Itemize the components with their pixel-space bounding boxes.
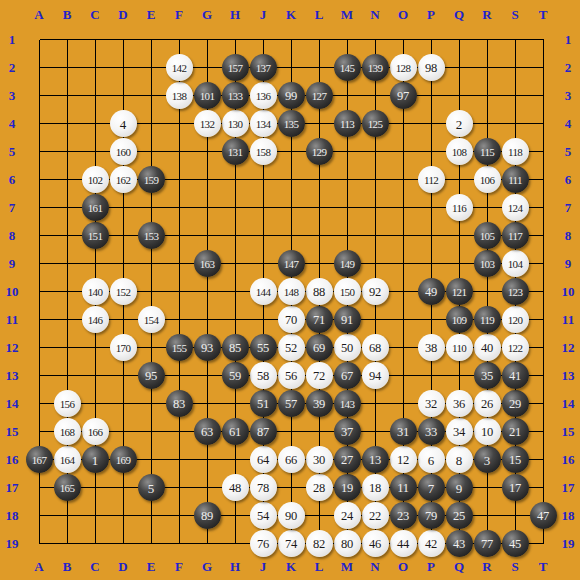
white-stone-68-N12[interactable]: 68 bbox=[362, 334, 389, 361]
move-number: 34 bbox=[453, 425, 465, 438]
black-stone-165-B17[interactable]: 165 bbox=[54, 474, 81, 501]
white-stone-46-N19[interactable]: 46 bbox=[362, 530, 389, 557]
white-stone-164-B16[interactable]: 164 bbox=[54, 446, 81, 473]
col-label-Q: Q bbox=[445, 556, 473, 576]
move-number: 10 bbox=[481, 425, 493, 438]
move-number: 80 bbox=[341, 537, 353, 550]
black-stone-167-A16[interactable]: 167 bbox=[26, 446, 53, 473]
move-number: 54 bbox=[257, 509, 269, 522]
col-label-D: D bbox=[109, 556, 137, 576]
white-stone-112-P6[interactable]: 112 bbox=[418, 166, 445, 193]
white-stone-74-K19[interactable]: 74 bbox=[278, 530, 305, 557]
white-stone-22-N18[interactable]: 22 bbox=[362, 502, 389, 529]
black-stone-25-Q18[interactable]: 25 bbox=[446, 502, 473, 529]
white-stone-88-L10[interactable]: 88 bbox=[306, 278, 333, 305]
move-number: 151 bbox=[88, 230, 102, 241]
white-stone-142-F2[interactable]: 142 bbox=[166, 54, 193, 81]
move-number: 134 bbox=[256, 118, 270, 129]
white-stone-156-B14[interactable]: 156 bbox=[54, 390, 81, 417]
move-number: 77 bbox=[481, 537, 493, 550]
move-number: 95 bbox=[145, 369, 157, 382]
move-number: 5 bbox=[148, 481, 155, 494]
move-number: 131 bbox=[228, 146, 242, 157]
white-stone-6-P16[interactable]: 6 bbox=[418, 446, 445, 473]
move-number: 124 bbox=[508, 202, 522, 213]
column-labels-top: ABCDEFGHJKLMNOPQRST bbox=[25, 4, 557, 24]
white-stone-82-L19[interactable]: 82 bbox=[306, 530, 333, 557]
move-number: 108 bbox=[452, 146, 466, 157]
row-label-8: 8 bbox=[558, 221, 578, 249]
move-number: 168 bbox=[60, 426, 74, 437]
white-stone-148-K10[interactable]: 148 bbox=[278, 278, 305, 305]
black-stone-115-R5[interactable]: 115 bbox=[474, 138, 501, 165]
white-stone-132-G4[interactable]: 132 bbox=[194, 110, 221, 137]
move-number: 76 bbox=[257, 537, 269, 550]
black-stone-155-F12[interactable]: 155 bbox=[166, 334, 193, 361]
move-number: 11 bbox=[397, 481, 408, 494]
row-label-16: 16 bbox=[558, 445, 578, 473]
move-number: 26 bbox=[481, 397, 493, 410]
black-stone-43-Q19[interactable]: 43 bbox=[446, 530, 473, 557]
white-stone-28-L17[interactable]: 28 bbox=[306, 474, 333, 501]
black-stone-83-F14[interactable]: 83 bbox=[166, 390, 193, 417]
black-stone-157-H2[interactable]: 157 bbox=[222, 54, 249, 81]
row-labels-left: 12345678910111213141516171819 bbox=[2, 25, 22, 557]
white-stone-170-D12[interactable]: 170 bbox=[110, 334, 137, 361]
black-stone-67-M13[interactable]: 67 bbox=[334, 362, 361, 389]
white-stone-72-L13[interactable]: 72 bbox=[306, 362, 333, 389]
black-stone-55-J12[interactable]: 55 bbox=[250, 334, 277, 361]
white-stone-116-Q7[interactable]: 116 bbox=[446, 194, 473, 221]
move-number: 117 bbox=[508, 230, 522, 241]
black-stone-89-G18[interactable]: 89 bbox=[194, 502, 221, 529]
col-label-J: J bbox=[249, 4, 277, 24]
move-number: 146 bbox=[88, 314, 102, 325]
move-number: 104 bbox=[508, 258, 522, 269]
move-number: 47 bbox=[537, 509, 549, 522]
row-label-6: 6 bbox=[2, 165, 22, 193]
row-label-17: 17 bbox=[2, 473, 22, 501]
move-number: 1 bbox=[92, 453, 99, 466]
black-stone-91-M11[interactable]: 91 bbox=[334, 306, 361, 333]
white-stone-54-J18[interactable]: 54 bbox=[250, 502, 277, 529]
white-stone-8-Q16[interactable]: 8 bbox=[446, 446, 473, 473]
move-number: 63 bbox=[201, 425, 213, 438]
black-stone-39-L14[interactable]: 39 bbox=[306, 390, 333, 417]
move-number: 37 bbox=[341, 425, 353, 438]
black-stone-11-O17[interactable]: 11 bbox=[390, 474, 417, 501]
black-stone-63-G15[interactable]: 63 bbox=[194, 418, 221, 445]
move-number: 42 bbox=[425, 537, 437, 550]
black-stone-51-J14[interactable]: 51 bbox=[250, 390, 277, 417]
move-number: 167 bbox=[32, 454, 46, 465]
white-stone-18-N17[interactable]: 18 bbox=[362, 474, 389, 501]
black-stone-49-P10[interactable]: 49 bbox=[418, 278, 445, 305]
black-stone-125-N4[interactable]: 125 bbox=[362, 110, 389, 137]
move-number: 55 bbox=[257, 341, 269, 354]
col-label-B: B bbox=[53, 556, 81, 576]
black-stone-57-K14[interactable]: 57 bbox=[278, 390, 305, 417]
col-label-L: L bbox=[305, 4, 333, 24]
white-stone-110-Q12[interactable]: 110 bbox=[446, 334, 473, 361]
move-number: 32 bbox=[425, 397, 437, 410]
move-number: 72 bbox=[313, 369, 325, 382]
white-stone-102-C6[interactable]: 102 bbox=[82, 166, 109, 193]
black-stone-3-R16[interactable]: 3 bbox=[474, 446, 501, 473]
go-kifu-diagram: ABCDEFGHJKLMNOPQRST ABCDEFGHJKLMNOPQRST … bbox=[0, 0, 580, 580]
move-number: 67 bbox=[341, 369, 353, 382]
move-number: 144 bbox=[256, 286, 270, 297]
move-number: 160 bbox=[116, 146, 130, 157]
move-number: 19 bbox=[341, 481, 353, 494]
row-label-14: 14 bbox=[558, 389, 578, 417]
black-stone-99-K3[interactable]: 99 bbox=[278, 82, 305, 109]
black-stone-59-H13[interactable]: 59 bbox=[222, 362, 249, 389]
black-stone-117-S8[interactable]: 117 bbox=[502, 222, 529, 249]
black-stone-113-M4[interactable]: 113 bbox=[334, 110, 361, 137]
white-stone-70-K11[interactable]: 70 bbox=[278, 306, 305, 333]
move-number: 89 bbox=[201, 509, 213, 522]
black-stone-133-H3[interactable]: 133 bbox=[222, 82, 249, 109]
row-label-11: 11 bbox=[558, 305, 578, 333]
move-number: 106 bbox=[480, 174, 494, 185]
row-label-15: 15 bbox=[558, 417, 578, 445]
black-stone-5-E17[interactable]: 5 bbox=[138, 474, 165, 501]
black-stone-87-J15[interactable]: 87 bbox=[250, 418, 277, 445]
white-stone-108-Q5[interactable]: 108 bbox=[446, 138, 473, 165]
move-number: 149 bbox=[340, 258, 354, 269]
row-label-13: 13 bbox=[558, 361, 578, 389]
move-number: 129 bbox=[312, 146, 326, 157]
column-labels-bottom: ABCDEFGHJKLMNOPQRST bbox=[25, 556, 557, 576]
white-stone-4-D4[interactable]: 4 bbox=[110, 110, 137, 137]
move-number: 147 bbox=[284, 258, 298, 269]
white-stone-166-C15[interactable]: 166 bbox=[82, 418, 109, 445]
black-stone-143-M14[interactable]: 143 bbox=[334, 390, 361, 417]
row-label-1: 1 bbox=[2, 25, 22, 53]
move-number: 110 bbox=[452, 342, 466, 353]
move-number: 68 bbox=[369, 341, 381, 354]
white-stone-80-M19[interactable]: 80 bbox=[334, 530, 361, 557]
white-stone-66-K16[interactable]: 66 bbox=[278, 446, 305, 473]
col-label-T: T bbox=[529, 4, 557, 24]
white-stone-128-O2[interactable]: 128 bbox=[390, 54, 417, 81]
white-stone-52-K12[interactable]: 52 bbox=[278, 334, 305, 361]
move-number: 6 bbox=[428, 453, 435, 466]
black-stone-119-R11[interactable]: 119 bbox=[474, 306, 501, 333]
white-stone-56-K13[interactable]: 56 bbox=[278, 362, 305, 389]
black-stone-131-H5[interactable]: 131 bbox=[222, 138, 249, 165]
row-label-9: 9 bbox=[2, 249, 22, 277]
move-number: 98 bbox=[425, 61, 437, 74]
col-label-Q: Q bbox=[445, 4, 473, 24]
black-stone-13-N16[interactable]: 13 bbox=[362, 446, 389, 473]
white-stone-118-S5[interactable]: 118 bbox=[502, 138, 529, 165]
move-number: 153 bbox=[144, 230, 158, 241]
black-stone-137-J2[interactable]: 137 bbox=[250, 54, 277, 81]
white-stone-50-M12[interactable]: 50 bbox=[334, 334, 361, 361]
move-number: 116 bbox=[452, 202, 466, 213]
white-stone-134-J4[interactable]: 134 bbox=[250, 110, 277, 137]
black-stone-159-E6[interactable]: 159 bbox=[138, 166, 165, 193]
black-stone-45-S19[interactable]: 45 bbox=[502, 530, 529, 557]
col-label-S: S bbox=[501, 4, 529, 24]
black-stone-23-O18[interactable]: 23 bbox=[390, 502, 417, 529]
col-label-K: K bbox=[277, 4, 305, 24]
move-number: 170 bbox=[116, 342, 130, 353]
row-label-9: 9 bbox=[558, 249, 578, 277]
white-stone-138-F3[interactable]: 138 bbox=[166, 82, 193, 109]
row-label-12: 12 bbox=[2, 333, 22, 361]
row-label-3: 3 bbox=[2, 81, 22, 109]
black-stone-149-M9[interactable]: 149 bbox=[334, 250, 361, 277]
black-stone-47-T18[interactable]: 47 bbox=[530, 502, 557, 529]
row-label-16: 16 bbox=[2, 445, 22, 473]
row-label-4: 4 bbox=[2, 109, 22, 137]
row-label-5: 5 bbox=[558, 137, 578, 165]
white-stone-2-Q4[interactable]: 2 bbox=[446, 110, 473, 137]
white-stone-90-K18[interactable]: 90 bbox=[278, 502, 305, 529]
col-label-R: R bbox=[473, 4, 501, 24]
white-stone-26-R14[interactable]: 26 bbox=[474, 390, 501, 417]
black-stone-145-M2[interactable]: 145 bbox=[334, 54, 361, 81]
white-stone-58-J13[interactable]: 58 bbox=[250, 362, 277, 389]
black-stone-153-E8[interactable]: 153 bbox=[138, 222, 165, 249]
move-number: 69 bbox=[313, 341, 325, 354]
white-stone-140-C10[interactable]: 140 bbox=[82, 278, 109, 305]
white-stone-136-J3[interactable]: 136 bbox=[250, 82, 277, 109]
black-stone-7-P17[interactable]: 7 bbox=[418, 474, 445, 501]
black-stone-17-S17[interactable]: 17 bbox=[502, 474, 529, 501]
white-stone-30-L16[interactable]: 30 bbox=[306, 446, 333, 473]
move-number: 9 bbox=[456, 481, 463, 494]
move-number: 17 bbox=[509, 481, 521, 494]
white-stone-38-P12[interactable]: 38 bbox=[418, 334, 445, 361]
black-stone-135-K4[interactable]: 135 bbox=[278, 110, 305, 137]
black-stone-95-E13[interactable]: 95 bbox=[138, 362, 165, 389]
black-stone-31-O15[interactable]: 31 bbox=[390, 418, 417, 445]
move-number: 61 bbox=[229, 425, 241, 438]
black-stone-79-P18[interactable]: 79 bbox=[418, 502, 445, 529]
col-label-A: A bbox=[25, 4, 53, 24]
white-stone-144-J10[interactable]: 144 bbox=[250, 278, 277, 305]
white-stone-42-P19[interactable]: 42 bbox=[418, 530, 445, 557]
white-stone-158-J5[interactable]: 158 bbox=[250, 138, 277, 165]
black-stone-15-S16[interactable]: 15 bbox=[502, 446, 529, 473]
white-stone-146-C11[interactable]: 146 bbox=[82, 306, 109, 333]
col-label-K: K bbox=[277, 556, 305, 576]
white-stone-168-B15[interactable]: 168 bbox=[54, 418, 81, 445]
row-label-6: 6 bbox=[558, 165, 578, 193]
black-stone-109-Q11[interactable]: 109 bbox=[446, 306, 473, 333]
col-label-M: M bbox=[333, 556, 361, 576]
move-number: 115 bbox=[480, 146, 494, 157]
black-stone-61-H15[interactable]: 61 bbox=[222, 418, 249, 445]
black-stone-35-R13[interactable]: 35 bbox=[474, 362, 501, 389]
white-stone-150-M10[interactable]: 150 bbox=[334, 278, 361, 305]
move-number: 130 bbox=[228, 118, 242, 129]
move-number: 46 bbox=[369, 537, 381, 550]
move-number: 157 bbox=[228, 62, 242, 73]
black-stone-121-Q10[interactable]: 121 bbox=[446, 278, 473, 305]
white-stone-162-D6[interactable]: 162 bbox=[110, 166, 137, 193]
col-label-B: B bbox=[53, 4, 81, 24]
move-number: 64 bbox=[257, 453, 269, 466]
row-label-4: 4 bbox=[558, 109, 578, 137]
col-label-F: F bbox=[165, 4, 193, 24]
black-stone-21-S15[interactable]: 21 bbox=[502, 418, 529, 445]
black-stone-163-G9[interactable]: 163 bbox=[194, 250, 221, 277]
move-number: 127 bbox=[312, 90, 326, 101]
black-stone-105-R8[interactable]: 105 bbox=[474, 222, 501, 249]
move-number: 140 bbox=[88, 286, 102, 297]
white-stone-12-O16[interactable]: 12 bbox=[390, 446, 417, 473]
white-stone-10-R15[interactable]: 10 bbox=[474, 418, 501, 445]
black-stone-147-K9[interactable]: 147 bbox=[278, 250, 305, 277]
row-label-8: 8 bbox=[2, 221, 22, 249]
black-stone-71-L11[interactable]: 71 bbox=[306, 306, 333, 333]
move-number: 56 bbox=[285, 369, 297, 382]
black-stone-85-H12[interactable]: 85 bbox=[222, 334, 249, 361]
move-number: 99 bbox=[285, 89, 297, 102]
white-stone-98-P2[interactable]: 98 bbox=[418, 54, 445, 81]
white-stone-78-J17[interactable]: 78 bbox=[250, 474, 277, 501]
black-stone-129-L5[interactable]: 129 bbox=[306, 138, 333, 165]
move-number: 137 bbox=[256, 62, 270, 73]
white-stone-44-O19[interactable]: 44 bbox=[390, 530, 417, 557]
black-stone-169-D16[interactable]: 169 bbox=[110, 446, 137, 473]
white-stone-130-H4[interactable]: 130 bbox=[222, 110, 249, 137]
white-stone-106-R6[interactable]: 106 bbox=[474, 166, 501, 193]
move-number: 94 bbox=[369, 369, 381, 382]
black-stone-33-P15[interactable]: 33 bbox=[418, 418, 445, 445]
row-label-3: 3 bbox=[558, 81, 578, 109]
white-stone-32-P14[interactable]: 32 bbox=[418, 390, 445, 417]
col-label-N: N bbox=[361, 556, 389, 576]
black-stone-37-M15[interactable]: 37 bbox=[334, 418, 361, 445]
white-stone-76-J19[interactable]: 76 bbox=[250, 530, 277, 557]
move-number: 57 bbox=[285, 397, 297, 410]
black-stone-127-L3[interactable]: 127 bbox=[306, 82, 333, 109]
move-number: 152 bbox=[116, 286, 130, 297]
move-number: 15 bbox=[509, 453, 521, 466]
move-number: 38 bbox=[425, 341, 437, 354]
black-stone-103-R9[interactable]: 103 bbox=[474, 250, 501, 277]
black-stone-29-S14[interactable]: 29 bbox=[502, 390, 529, 417]
move-number: 143 bbox=[340, 398, 354, 409]
move-number: 142 bbox=[172, 62, 186, 73]
black-stone-111-S6[interactable]: 111 bbox=[502, 166, 529, 193]
move-number: 93 bbox=[201, 341, 213, 354]
move-number: 50 bbox=[341, 341, 353, 354]
move-number: 92 bbox=[369, 285, 381, 298]
move-number: 103 bbox=[480, 258, 494, 269]
white-stone-64-J16[interactable]: 64 bbox=[250, 446, 277, 473]
move-number: 161 bbox=[88, 202, 102, 213]
white-stone-36-Q14[interactable]: 36 bbox=[446, 390, 473, 417]
move-number: 128 bbox=[396, 62, 410, 73]
move-number: 8 bbox=[456, 453, 463, 466]
col-label-C: C bbox=[81, 556, 109, 576]
white-stone-154-E11[interactable]: 154 bbox=[138, 306, 165, 333]
black-stone-101-G3[interactable]: 101 bbox=[194, 82, 221, 109]
col-label-M: M bbox=[333, 4, 361, 24]
move-number: 22 bbox=[369, 509, 381, 522]
row-labels-right: 12345678910111213141516171819 bbox=[558, 25, 578, 557]
white-stone-120-S11[interactable]: 120 bbox=[502, 306, 529, 333]
white-stone-152-D10[interactable]: 152 bbox=[110, 278, 137, 305]
row-label-19: 19 bbox=[558, 529, 578, 557]
move-number: 135 bbox=[284, 118, 298, 129]
black-stone-97-O3[interactable]: 97 bbox=[390, 82, 417, 109]
move-number: 7 bbox=[428, 481, 435, 494]
col-label-N: N bbox=[361, 4, 389, 24]
move-number: 163 bbox=[200, 258, 214, 269]
move-number: 85 bbox=[229, 341, 241, 354]
white-stone-104-S9[interactable]: 104 bbox=[502, 250, 529, 277]
black-stone-9-Q17[interactable]: 9 bbox=[446, 474, 473, 501]
black-stone-41-S13[interactable]: 41 bbox=[502, 362, 529, 389]
black-stone-27-M16[interactable]: 27 bbox=[334, 446, 361, 473]
move-number: 33 bbox=[425, 425, 437, 438]
col-label-H: H bbox=[221, 4, 249, 24]
black-stone-139-N2[interactable]: 139 bbox=[362, 54, 389, 81]
move-number: 139 bbox=[368, 62, 382, 73]
black-stone-93-G12[interactable]: 93 bbox=[194, 334, 221, 361]
row-label-2: 2 bbox=[2, 53, 22, 81]
row-label-18: 18 bbox=[558, 501, 578, 529]
white-stone-24-M18[interactable]: 24 bbox=[334, 502, 361, 529]
white-stone-94-N13[interactable]: 94 bbox=[362, 362, 389, 389]
move-number: 120 bbox=[508, 314, 522, 325]
white-stone-124-S7[interactable]: 124 bbox=[502, 194, 529, 221]
col-label-O: O bbox=[389, 4, 417, 24]
move-number: 43 bbox=[453, 537, 465, 550]
move-number: 51 bbox=[257, 397, 269, 410]
black-stone-151-C8[interactable]: 151 bbox=[82, 222, 109, 249]
move-number: 148 bbox=[284, 286, 298, 297]
row-label-1: 1 bbox=[558, 25, 578, 53]
white-stone-92-N10[interactable]: 92 bbox=[362, 278, 389, 305]
white-stone-122-S12[interactable]: 122 bbox=[502, 334, 529, 361]
move-number: 48 bbox=[229, 481, 241, 494]
white-stone-48-H17[interactable]: 48 bbox=[222, 474, 249, 501]
move-number: 165 bbox=[60, 482, 74, 493]
move-number: 111 bbox=[508, 174, 522, 185]
white-stone-40-R12[interactable]: 40 bbox=[474, 334, 501, 361]
row-label-2: 2 bbox=[558, 53, 578, 81]
col-label-F: F bbox=[165, 556, 193, 576]
white-stone-160-D5[interactable]: 160 bbox=[110, 138, 137, 165]
col-label-S: S bbox=[501, 556, 529, 576]
move-number: 125 bbox=[368, 118, 382, 129]
row-label-11: 11 bbox=[2, 305, 22, 333]
move-number: 21 bbox=[509, 425, 521, 438]
go-board[interactable]: 1234567891011121315171819212223242526272… bbox=[25, 25, 557, 557]
black-stone-69-L12[interactable]: 69 bbox=[306, 334, 333, 361]
black-stone-19-M17[interactable]: 19 bbox=[334, 474, 361, 501]
black-stone-123-S10[interactable]: 123 bbox=[502, 278, 529, 305]
row-label-10: 10 bbox=[2, 277, 22, 305]
col-label-L: L bbox=[305, 556, 333, 576]
white-stone-34-Q15[interactable]: 34 bbox=[446, 418, 473, 445]
move-number: 44 bbox=[397, 537, 409, 550]
move-number: 97 bbox=[397, 89, 409, 102]
black-stone-161-C7[interactable]: 161 bbox=[82, 194, 109, 221]
black-stone-77-R19[interactable]: 77 bbox=[474, 530, 501, 557]
move-number: 101 bbox=[200, 90, 214, 101]
black-stone-1-C16[interactable]: 1 bbox=[82, 446, 109, 473]
